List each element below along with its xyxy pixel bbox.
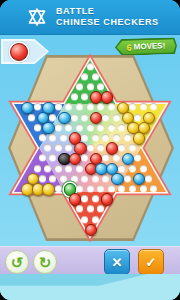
header-bar: BATTLE CHINESE CHECKERS bbox=[0, 0, 180, 35]
marble-yellow[interactable] bbox=[133, 132, 145, 144]
marble-red[interactable] bbox=[69, 153, 81, 165]
board-hole-r13c10[interactable] bbox=[118, 185, 125, 192]
marble-red[interactable] bbox=[69, 193, 81, 205]
x-icon: ✕ bbox=[112, 255, 123, 270]
marble-yellow[interactable] bbox=[122, 112, 134, 124]
turn-indicator bbox=[1, 39, 49, 64]
board-hole-r12c11[interactable] bbox=[134, 175, 141, 182]
board-hole-r13c6[interactable] bbox=[76, 185, 83, 192]
marble-cyan[interactable] bbox=[37, 112, 49, 124]
board-hole-r9c2[interactable] bbox=[55, 144, 62, 151]
board-hole-r13c7[interactable] bbox=[87, 185, 94, 192]
board-hole-r4c1[interactable] bbox=[71, 93, 78, 100]
board-hole-r7c8[interactable] bbox=[108, 124, 115, 131]
marble-red[interactable] bbox=[85, 163, 97, 175]
board-hole-r8c6[interactable] bbox=[92, 134, 99, 141]
board-hole-r5c13[interactable] bbox=[150, 103, 157, 110]
board-hole-r12c1[interactable] bbox=[28, 175, 35, 182]
board-hole-r3c2[interactable] bbox=[87, 83, 94, 90]
hexagram-star-icon bbox=[27, 7, 47, 27]
game-title: BATTLE CHINESE CHECKERS bbox=[56, 6, 159, 28]
marble-red[interactable] bbox=[101, 193, 113, 205]
marble-red[interactable] bbox=[101, 91, 113, 103]
board-hole-r15c2[interactable] bbox=[87, 205, 94, 212]
board-hole-r12c5[interactable] bbox=[71, 175, 78, 182]
board-hole-r8c4[interactable] bbox=[71, 134, 78, 141]
board-hole-r8c8[interactable] bbox=[113, 134, 120, 141]
board-hole-r5c12[interactable] bbox=[140, 103, 147, 110]
board-hole-r11c7[interactable] bbox=[97, 165, 104, 172]
board-hole-r10c9[interactable] bbox=[124, 154, 131, 161]
board-hole-r10c7[interactable] bbox=[102, 154, 109, 161]
board-hole-r7c9[interactable] bbox=[118, 124, 125, 131]
board-hole-r6c3[interactable] bbox=[49, 114, 56, 121]
board-hole-r14c2[interactable] bbox=[81, 195, 88, 202]
footer-background bbox=[0, 274, 180, 300]
board-hole-r12c3[interactable] bbox=[49, 175, 56, 182]
board-hole-r13c9[interactable] bbox=[108, 185, 115, 192]
board-hole-r15c3[interactable] bbox=[97, 205, 104, 212]
board-hole-r10c4[interactable] bbox=[71, 154, 78, 161]
board-hole-r14c4[interactable] bbox=[102, 195, 109, 202]
board-hole-r10c5[interactable] bbox=[81, 154, 88, 161]
marble-yellow[interactable] bbox=[127, 122, 139, 134]
board-hole-r6c2[interactable] bbox=[39, 114, 46, 121]
marble-red[interactable] bbox=[69, 132, 81, 144]
moves-count: 6 bbox=[127, 42, 132, 52]
marble-yellow[interactable] bbox=[27, 173, 39, 185]
marble-yellow[interactable] bbox=[21, 183, 33, 195]
board-hole-r11c10[interactable] bbox=[129, 165, 136, 172]
board-hole-r12c7[interactable] bbox=[92, 175, 99, 182]
board-hole-r17c1[interactable] bbox=[87, 226, 94, 233]
board-hole-r5c2[interactable] bbox=[34, 103, 41, 110]
board-hole-r8c3[interactable] bbox=[60, 134, 67, 141]
footer-decor-wedge bbox=[0, 274, 180, 300]
undo-button[interactable]: ↺ bbox=[5, 250, 29, 274]
board-hole-r2c2[interactable] bbox=[92, 73, 99, 80]
board-hole-r8c5[interactable] bbox=[81, 134, 88, 141]
toolbar: ↺ ↻ ✕ ✓ bbox=[0, 246, 180, 275]
marble-yellow[interactable] bbox=[138, 122, 150, 134]
marble-cyan[interactable] bbox=[42, 122, 54, 134]
board-hole-r11c5[interactable] bbox=[76, 165, 83, 172]
board-hole-r6c1[interactable] bbox=[28, 114, 35, 121]
board-hole-r9c6[interactable] bbox=[97, 144, 104, 151]
title-line2: CHINESE CHECKERS bbox=[56, 17, 159, 28]
marble-cyan[interactable] bbox=[42, 102, 54, 114]
board-hole-r6c7[interactable] bbox=[92, 114, 99, 121]
marble-cyan[interactable] bbox=[122, 153, 134, 165]
board-hole-r5c7[interactable] bbox=[87, 103, 94, 110]
board-hole-r8c2[interactable] bbox=[49, 134, 56, 141]
redo-icon: ↻ bbox=[39, 255, 52, 270]
board-hole-r13c5[interactable] bbox=[65, 185, 72, 192]
marble-cyan[interactable] bbox=[106, 163, 118, 175]
board-hole-r7c6[interactable] bbox=[87, 124, 94, 131]
board-hole-r9c4[interactable] bbox=[76, 144, 83, 151]
marble-black-hole[interactable] bbox=[58, 153, 70, 165]
board-hole-r3c1[interactable] bbox=[76, 83, 83, 90]
board-hole-r2c1[interactable] bbox=[81, 73, 88, 80]
board-hole-r5c10[interactable] bbox=[118, 103, 125, 110]
board-hole-r1c1[interactable] bbox=[87, 63, 94, 70]
board-hole-r16c2[interactable] bbox=[92, 216, 99, 223]
board-hole-r6c10[interactable] bbox=[124, 114, 131, 121]
board-hole-r9c9[interactable] bbox=[129, 144, 136, 151]
marble-green-selected[interactable] bbox=[64, 183, 76, 195]
board-hole-r9c1[interactable] bbox=[44, 144, 51, 151]
board-hole-r14c3[interactable] bbox=[92, 195, 99, 202]
board-hole-r11c8[interactable] bbox=[108, 165, 115, 172]
marble-yellow[interactable] bbox=[32, 183, 44, 195]
marble-red[interactable] bbox=[106, 142, 118, 154]
board-hole-r12c4[interactable] bbox=[60, 175, 67, 182]
board-hole-r10c1[interactable] bbox=[39, 154, 46, 161]
check-icon: ✓ bbox=[146, 255, 157, 270]
marble-cyan[interactable] bbox=[133, 173, 145, 185]
confirm-move-button[interactable]: ✓ bbox=[138, 249, 164, 275]
board-hole-r13c8[interactable] bbox=[97, 185, 104, 192]
board-hole-r5c6[interactable] bbox=[76, 103, 83, 110]
board-hole-r11c2[interactable] bbox=[44, 165, 51, 172]
board-hole-r10c3[interactable] bbox=[60, 154, 67, 161]
board-hole-r6c11[interactable] bbox=[134, 114, 141, 121]
current-player-red-marble-icon bbox=[10, 43, 28, 61]
board-hole-r9c5[interactable] bbox=[87, 144, 94, 151]
board-hole-r12c6[interactable] bbox=[81, 175, 88, 182]
board-hole-r4c4[interactable] bbox=[102, 93, 109, 100]
board-hole-r5c5[interactable] bbox=[65, 103, 72, 110]
moves-badge-inner: 6 MOVES! bbox=[116, 38, 175, 54]
marble-red[interactable] bbox=[90, 112, 102, 124]
board-hole-r5c1[interactable] bbox=[23, 103, 30, 110]
board-hole-r9c3[interactable] bbox=[65, 144, 72, 151]
marble-red[interactable] bbox=[85, 224, 97, 236]
board-hole-r12c9[interactable] bbox=[113, 175, 120, 182]
board-hole-r9c8[interactable] bbox=[118, 144, 125, 151]
board-hole-r5c4[interactable] bbox=[55, 103, 62, 110]
board-hole-r13c12[interactable] bbox=[140, 185, 147, 192]
marble-cyan[interactable] bbox=[111, 173, 123, 185]
board-hole-r12c8[interactable] bbox=[102, 175, 109, 182]
board-hole-r13c2[interactable] bbox=[34, 185, 41, 192]
board-hole-r6c9[interactable] bbox=[113, 114, 120, 121]
board-hole-r10c10[interactable] bbox=[134, 154, 141, 161]
board-hole-r12c2[interactable] bbox=[39, 175, 46, 182]
board-hole-r7c1[interactable] bbox=[34, 124, 41, 131]
board-hole-r11c6[interactable] bbox=[87, 165, 94, 172]
board-hole-r3c3[interactable] bbox=[97, 83, 104, 90]
board-hole-r10c2[interactable] bbox=[49, 154, 56, 161]
board-hole-r16c1[interactable] bbox=[81, 216, 88, 223]
marble-red[interactable] bbox=[90, 153, 102, 165]
app-window: BATTLE CHINESE CHECKERS 6 MOVES! ↺ ↻ ✕ ✓ bbox=[0, 0, 180, 300]
board-hole-r7c4[interactable] bbox=[65, 124, 72, 131]
board-hole-r4c2[interactable] bbox=[81, 93, 88, 100]
board-hole-r10c6[interactable] bbox=[92, 154, 99, 161]
moves-label: MOVES! bbox=[134, 41, 166, 51]
board-hole-r8c7[interactable] bbox=[102, 134, 109, 141]
board-hole-r5c8[interactable] bbox=[97, 103, 104, 110]
undo-icon: ↺ bbox=[11, 255, 24, 270]
board-hole-r7c11[interactable] bbox=[140, 124, 147, 131]
cancel-move-button[interactable]: ✕ bbox=[104, 249, 130, 275]
marble-red[interactable] bbox=[90, 91, 102, 103]
board-hole-r8c1[interactable] bbox=[39, 134, 46, 141]
board-hole-r11c9[interactable] bbox=[118, 165, 125, 172]
marble-yellow[interactable] bbox=[143, 112, 155, 124]
board-hole-r11c1[interactable] bbox=[34, 165, 41, 172]
board-hole-r11c4[interactable] bbox=[65, 165, 72, 172]
board-hole-r10c8[interactable] bbox=[113, 154, 120, 161]
marble-yellow[interactable] bbox=[117, 102, 129, 114]
marble-cyan[interactable] bbox=[21, 102, 33, 114]
board-hole-r13c13[interactable] bbox=[150, 185, 157, 192]
board-hole-r13c3[interactable] bbox=[44, 185, 51, 192]
marble-red[interactable] bbox=[74, 142, 86, 154]
moves-badge: 6 MOVES! bbox=[115, 37, 178, 56]
board-hole-r7c7[interactable] bbox=[97, 124, 104, 131]
marble-cyan[interactable] bbox=[95, 163, 107, 175]
board-hole-r7c3[interactable] bbox=[55, 124, 62, 131]
marble-cyan[interactable] bbox=[58, 112, 70, 124]
board-hole-r7c5[interactable] bbox=[76, 124, 83, 131]
title-line1: BATTLE bbox=[56, 6, 159, 17]
board-hole-r9c7[interactable] bbox=[108, 144, 115, 151]
board-hole-r6c5[interactable] bbox=[71, 114, 78, 121]
board-hole-r13c4[interactable] bbox=[55, 185, 62, 192]
board-hole-r6c6[interactable] bbox=[81, 114, 88, 121]
redo-button[interactable]: ↻ bbox=[33, 250, 57, 274]
board-hole-r4c3[interactable] bbox=[92, 93, 99, 100]
board-hole-r12c10[interactable] bbox=[124, 175, 131, 182]
board-hole-r6c8[interactable] bbox=[102, 114, 109, 121]
board-hole-r15c1[interactable] bbox=[76, 205, 83, 212]
board-hole-r7c2[interactable] bbox=[44, 124, 51, 131]
board-hole-r7c10[interactable] bbox=[129, 124, 136, 131]
board-hole-r13c1[interactable] bbox=[23, 185, 30, 192]
board-hole-r13c11[interactable] bbox=[129, 185, 136, 192]
marble-yellow[interactable] bbox=[42, 183, 54, 195]
board-hole-r12c12[interactable] bbox=[145, 175, 152, 182]
board-hole-r6c4[interactable] bbox=[60, 114, 67, 121]
board-hole-r5c3[interactable] bbox=[44, 103, 51, 110]
board-hole-r8c10[interactable] bbox=[134, 134, 141, 141]
board-hole-r5c11[interactable] bbox=[129, 103, 136, 110]
board-hole-r6c12[interactable] bbox=[145, 114, 152, 121]
board-hole-r5c9[interactable] bbox=[108, 103, 115, 110]
board-hole-r11c3[interactable] bbox=[55, 165, 62, 172]
board-hole-r11c11[interactable] bbox=[140, 165, 147, 172]
board-hole-r8c9[interactable] bbox=[124, 134, 131, 141]
board-hole-r14c1[interactable] bbox=[71, 195, 78, 202]
